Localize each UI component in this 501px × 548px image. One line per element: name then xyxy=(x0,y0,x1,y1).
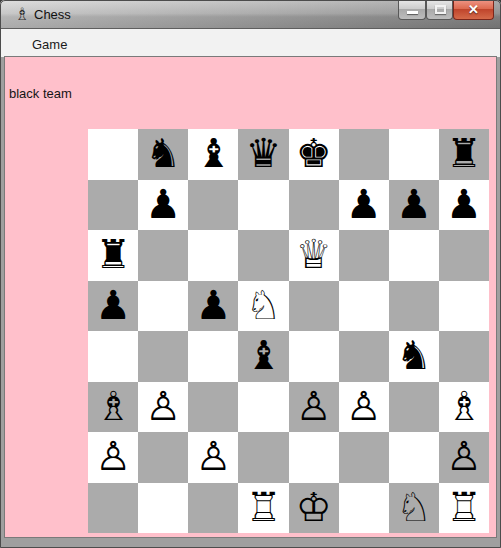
square-h6[interactable] xyxy=(439,230,489,281)
piece-white-rook: ♖ xyxy=(446,487,482,527)
square-b1[interactable] xyxy=(138,483,188,534)
square-h5[interactable] xyxy=(439,281,489,332)
piece-black-knight: ♞ xyxy=(396,335,432,375)
square-g7[interactable]: ♟ xyxy=(389,180,439,231)
square-b5[interactable] xyxy=(138,281,188,332)
square-b8[interactable]: ♞ xyxy=(138,129,188,180)
maximize-icon xyxy=(435,5,446,14)
square-g8[interactable] xyxy=(389,129,439,180)
menu-item-game[interactable]: Game xyxy=(28,35,71,54)
square-a2[interactable]: ♙ xyxy=(88,432,138,483)
square-b4[interactable] xyxy=(138,331,188,382)
square-b2[interactable] xyxy=(138,432,188,483)
square-e2[interactable] xyxy=(289,432,339,483)
square-f4[interactable] xyxy=(339,331,389,382)
piece-white-pawn: ♙ xyxy=(446,436,482,476)
square-a3[interactable]: ♗ xyxy=(88,382,138,433)
square-g2[interactable] xyxy=(389,432,439,483)
piece-black-pawn: ♟ xyxy=(145,184,181,224)
piece-white-bishop: ♗ xyxy=(95,386,131,426)
square-e5[interactable] xyxy=(289,281,339,332)
piece-white-king: ♔ xyxy=(296,487,332,527)
square-g4[interactable]: ♞ xyxy=(389,331,439,382)
bishop-app-icon: ♗ xyxy=(13,5,31,24)
piece-black-pawn: ♟ xyxy=(396,184,432,224)
square-e4[interactable] xyxy=(289,331,339,382)
square-f8[interactable] xyxy=(339,129,389,180)
close-button[interactable]: ✕ xyxy=(453,0,494,20)
square-h7[interactable]: ♟ xyxy=(439,180,489,231)
square-h3[interactable]: ♗ xyxy=(439,382,489,433)
piece-black-king: ♚ xyxy=(296,133,332,173)
square-d4[interactable]: ♝ xyxy=(238,331,288,382)
square-f2[interactable] xyxy=(339,432,389,483)
square-e3[interactable]: ♙ xyxy=(289,382,339,433)
square-h2[interactable]: ♙ xyxy=(439,432,489,483)
piece-white-pawn: ♙ xyxy=(296,386,332,426)
square-b6[interactable] xyxy=(138,230,188,281)
piece-black-rook: ♜ xyxy=(446,133,482,173)
square-c5[interactable]: ♟ xyxy=(188,281,238,332)
chess-board: ♞♝♛♚♜♟♟♟♟♜♕♟♟♘♝♞♗♙♙♙♗♙♙♙♖♔♘♖ xyxy=(88,129,489,533)
title-bar[interactable]: ♗ Chess ✕ xyxy=(0,0,501,29)
piece-white-knight: ♘ xyxy=(246,285,282,325)
square-d5[interactable]: ♘ xyxy=(238,281,288,332)
piece-black-pawn: ♟ xyxy=(446,184,482,224)
piece-black-queen: ♛ xyxy=(246,133,282,173)
square-g6[interactable] xyxy=(389,230,439,281)
square-e8[interactable]: ♚ xyxy=(289,129,339,180)
piece-white-rook: ♖ xyxy=(246,487,282,527)
square-e7[interactable] xyxy=(289,180,339,231)
piece-black-bishop: ♝ xyxy=(195,133,231,173)
square-a6[interactable]: ♜ xyxy=(88,230,138,281)
piece-white-queen: ♕ xyxy=(296,234,332,274)
minimize-icon xyxy=(407,11,418,14)
chess-app-window: ♗ Chess ✕ Game black team ♞♝♛♚♜♟♟♟♟♜♕♟♟♘… xyxy=(0,0,501,548)
piece-white-knight: ♘ xyxy=(396,487,432,527)
maximize-button[interactable] xyxy=(426,0,453,20)
square-c1[interactable] xyxy=(188,483,238,534)
square-a4[interactable] xyxy=(88,331,138,382)
square-g5[interactable] xyxy=(389,281,439,332)
square-c6[interactable] xyxy=(188,230,238,281)
piece-white-bishop: ♗ xyxy=(446,386,482,426)
piece-black-rook: ♜ xyxy=(95,234,131,274)
square-d3[interactable] xyxy=(238,382,288,433)
square-d6[interactable] xyxy=(238,230,288,281)
square-f5[interactable] xyxy=(339,281,389,332)
square-a7[interactable] xyxy=(88,180,138,231)
square-g1[interactable]: ♘ xyxy=(389,483,439,534)
square-h4[interactable] xyxy=(439,331,489,382)
square-f1[interactable] xyxy=(339,483,389,534)
square-f3[interactable]: ♙ xyxy=(339,382,389,433)
piece-black-pawn: ♟ xyxy=(195,285,231,325)
square-a5[interactable]: ♟ xyxy=(88,281,138,332)
window-title: Chess xyxy=(34,7,71,22)
square-h8[interactable]: ♜ xyxy=(439,129,489,180)
piece-black-pawn: ♟ xyxy=(95,285,131,325)
square-d8[interactable]: ♛ xyxy=(238,129,288,180)
piece-black-bishop: ♝ xyxy=(246,335,282,375)
square-c4[interactable] xyxy=(188,331,238,382)
menu-bar: Game xyxy=(1,29,500,57)
piece-white-pawn: ♙ xyxy=(95,436,131,476)
piece-white-pawn: ♙ xyxy=(145,386,181,426)
square-d7[interactable] xyxy=(238,180,288,231)
square-b7[interactable]: ♟ xyxy=(138,180,188,231)
piece-black-pawn: ♟ xyxy=(346,184,382,224)
square-a8[interactable] xyxy=(88,129,138,180)
square-a1[interactable] xyxy=(88,483,138,534)
square-c3[interactable] xyxy=(188,382,238,433)
square-e6[interactable]: ♕ xyxy=(289,230,339,281)
square-c7[interactable] xyxy=(188,180,238,231)
square-f7[interactable]: ♟ xyxy=(339,180,389,231)
square-d2[interactable] xyxy=(238,432,288,483)
square-e1[interactable]: ♔ xyxy=(289,483,339,534)
square-f6[interactable] xyxy=(339,230,389,281)
square-c2[interactable]: ♙ xyxy=(188,432,238,483)
piece-white-pawn: ♙ xyxy=(346,386,382,426)
minimize-button[interactable] xyxy=(398,0,426,20)
turn-status-label: black team xyxy=(9,86,72,101)
square-c8[interactable]: ♝ xyxy=(188,129,238,180)
square-h1[interactable]: ♖ xyxy=(439,483,489,534)
piece-black-knight: ♞ xyxy=(145,133,181,173)
square-d1[interactable]: ♖ xyxy=(238,483,288,534)
square-b3[interactable]: ♙ xyxy=(138,382,188,433)
close-icon: ✕ xyxy=(454,2,493,17)
piece-white-pawn: ♙ xyxy=(195,436,231,476)
square-g3[interactable] xyxy=(389,382,439,433)
